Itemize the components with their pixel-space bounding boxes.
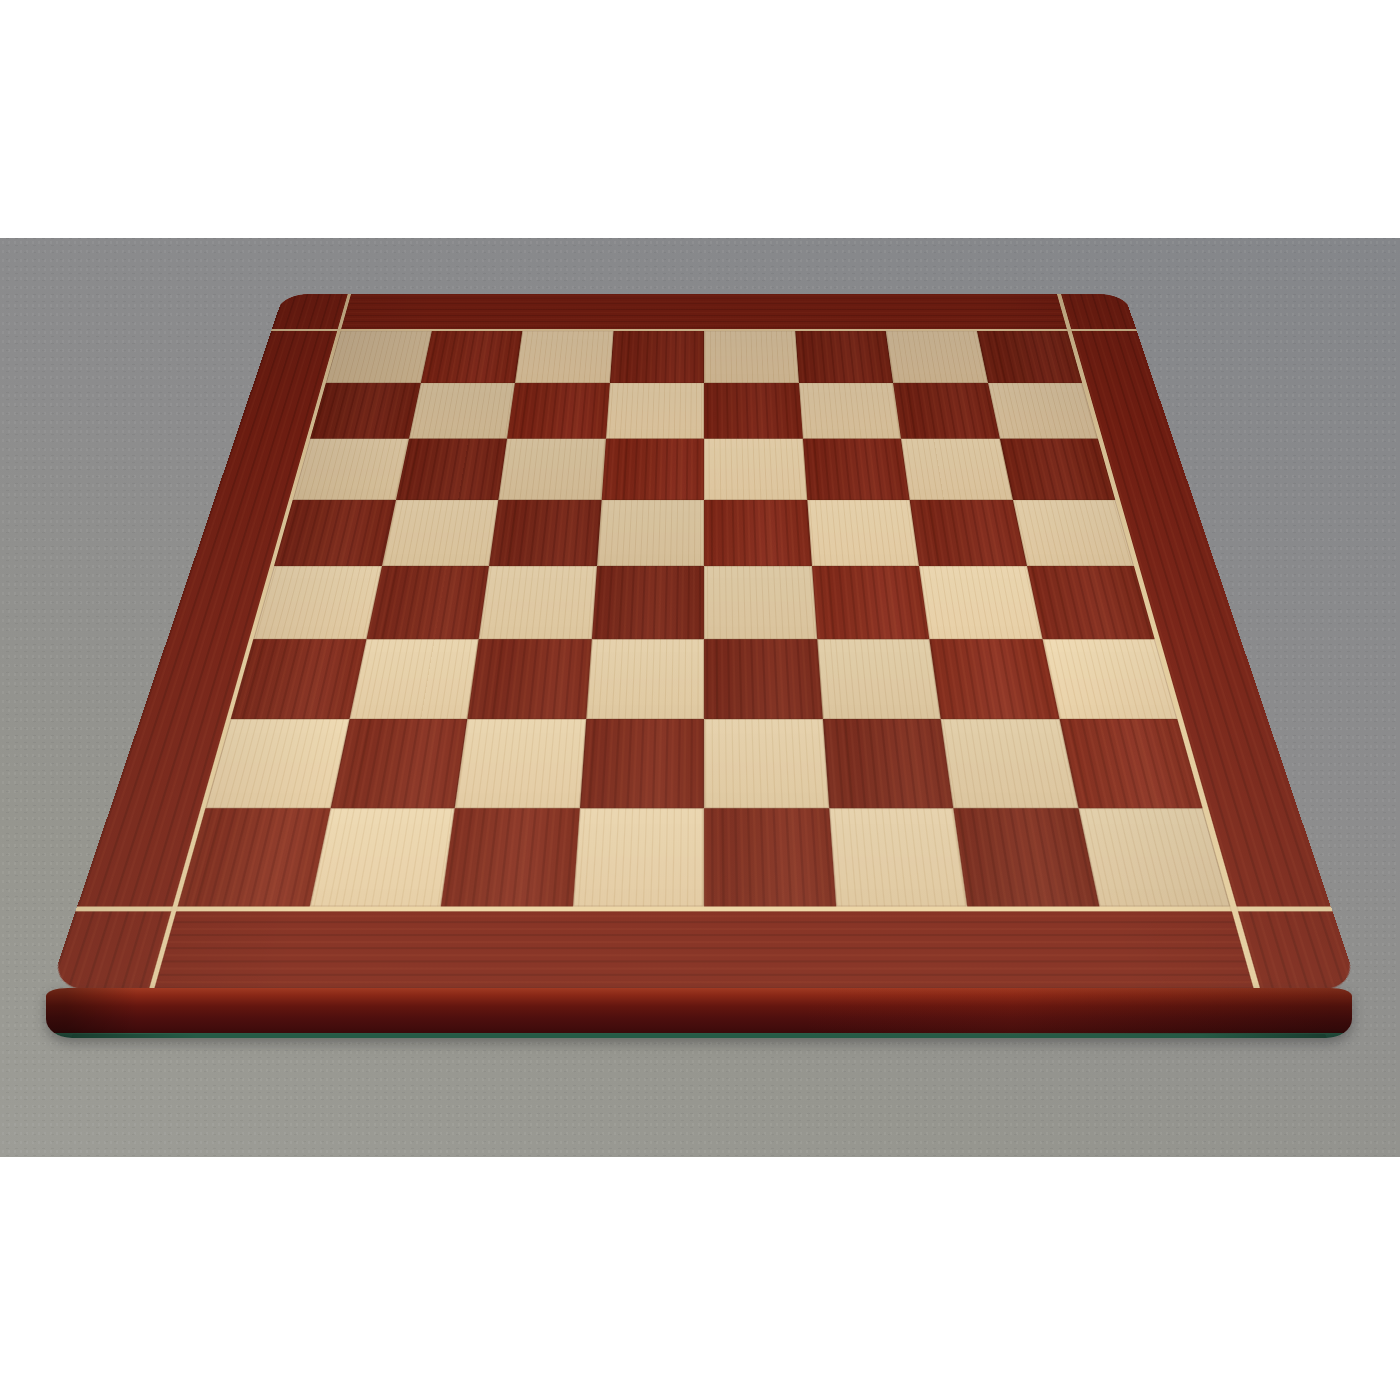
- board-square: [704, 719, 829, 808]
- board-square: [817, 639, 941, 719]
- board-square: [178, 808, 331, 907]
- board-square: [704, 383, 802, 439]
- board-square: [1027, 566, 1155, 639]
- board-square: [591, 566, 704, 639]
- board-square: [349, 639, 479, 719]
- board-square: [799, 383, 901, 439]
- board-square: [293, 439, 409, 500]
- board-square: [489, 500, 601, 566]
- board-square: [1042, 639, 1177, 719]
- board-square: [455, 719, 586, 808]
- board-square: [704, 331, 799, 383]
- board-square: [704, 639, 822, 719]
- board-square: [382, 500, 499, 566]
- board-square: [999, 439, 1115, 500]
- board-square: [309, 808, 455, 907]
- board-square: [597, 500, 705, 566]
- board-square: [919, 566, 1042, 639]
- board-square: [330, 719, 467, 808]
- board-square: [572, 808, 704, 907]
- board-square: [704, 439, 807, 500]
- board-square: [886, 331, 988, 383]
- board-square: [812, 566, 930, 639]
- board-field: [178, 331, 1231, 907]
- board-scene: [0, 0, 1400, 1400]
- board-square: [609, 331, 704, 383]
- board-square: [822, 719, 953, 808]
- board-square: [941, 719, 1078, 808]
- board-square: [310, 383, 420, 439]
- felt-base-line: [72, 1034, 1326, 1038]
- board-square: [586, 639, 704, 719]
- board-square: [802, 439, 909, 500]
- board-square: [1012, 500, 1134, 566]
- board-square: [507, 383, 609, 439]
- board-square: [910, 500, 1027, 566]
- board-square: [1059, 719, 1202, 808]
- board-square: [253, 566, 381, 639]
- board-square: [606, 383, 704, 439]
- board-square: [274, 500, 396, 566]
- board-square: [231, 639, 366, 719]
- board-square: [579, 719, 704, 808]
- board-square: [409, 383, 515, 439]
- board-square: [601, 439, 704, 500]
- board-square: [479, 566, 597, 639]
- board-square: [893, 383, 999, 439]
- board-square: [953, 808, 1099, 907]
- board-square: [977, 331, 1082, 383]
- board-square: [704, 808, 836, 907]
- page: [0, 0, 1400, 1400]
- board-square: [929, 639, 1059, 719]
- board-square: [807, 500, 919, 566]
- board-square: [467, 639, 591, 719]
- board-square: [704, 566, 817, 639]
- board-square: [795, 331, 893, 383]
- board-square: [704, 500, 812, 566]
- board-square: [326, 331, 431, 383]
- board-square: [829, 808, 968, 907]
- board-square: [420, 331, 522, 383]
- board-square: [988, 383, 1098, 439]
- board-square: [396, 439, 507, 500]
- board-square: [441, 808, 580, 907]
- board-square: [498, 439, 605, 500]
- chess-board: [49, 294, 1359, 989]
- board-square: [366, 566, 489, 639]
- board-square: [206, 719, 349, 808]
- board-front-edge: [46, 988, 1352, 1038]
- board-square: [901, 439, 1012, 500]
- board-square: [515, 331, 613, 383]
- inlay-line-bottom: [76, 907, 1333, 911]
